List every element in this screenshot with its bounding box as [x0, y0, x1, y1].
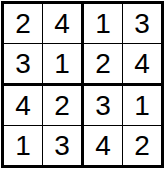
- sudoku-cell-r3c4[interactable]: 1: [123, 86, 161, 126]
- sudoku-cell-r4c2[interactable]: 3: [43, 126, 84, 165]
- sudoku-cell-r3c3[interactable]: 3: [84, 86, 123, 126]
- sudoku-cell-r2c3[interactable]: 2: [84, 44, 123, 86]
- sudoku-cell-r1c2[interactable]: 4: [43, 4, 84, 44]
- sudoku-cell-r4c4[interactable]: 2: [123, 126, 161, 165]
- sudoku-cell-r2c2[interactable]: 1: [43, 44, 84, 86]
- sudoku-cell-r4c3[interactable]: 4: [84, 126, 123, 165]
- sudoku-cell-r3c1[interactable]: 4: [4, 86, 43, 126]
- sudoku-cell-r2c4[interactable]: 4: [123, 44, 161, 86]
- sudoku-cell-r1c1[interactable]: 2: [4, 4, 43, 44]
- sudoku-cell-r2c1[interactable]: 3: [4, 44, 43, 86]
- sudoku-cell-r3c2[interactable]: 2: [43, 86, 84, 126]
- sudoku-cell-r1c3[interactable]: 1: [84, 4, 123, 44]
- sudoku-cell-r4c1[interactable]: 1: [4, 126, 43, 165]
- sudoku-board: 2413312442311342: [1, 1, 164, 168]
- sudoku-cell-r1c4[interactable]: 3: [123, 4, 161, 44]
